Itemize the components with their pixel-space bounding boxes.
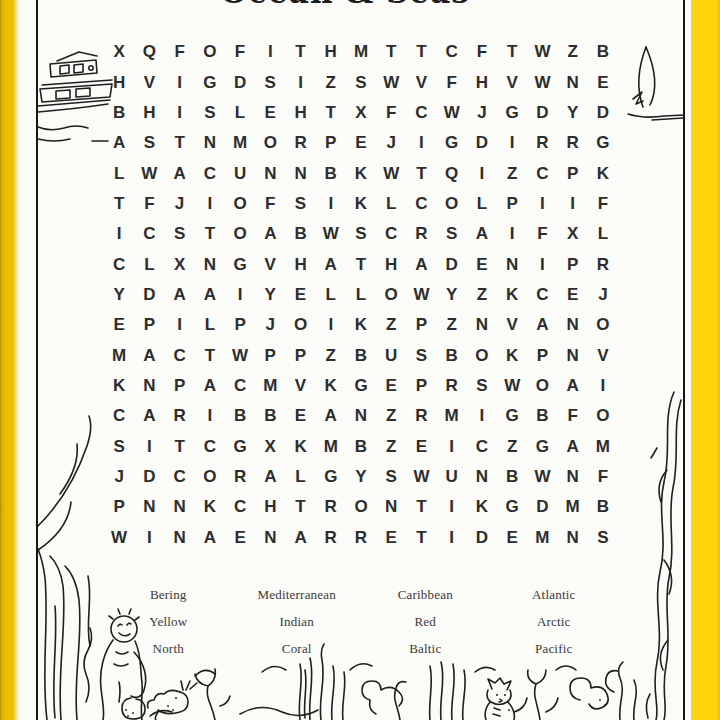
word-label: Coral (233, 635, 362, 662)
grid-cell: I (497, 219, 527, 249)
grid-cell: N (467, 462, 497, 492)
grid-cell: N (558, 310, 588, 340)
grid-cell: R (406, 219, 436, 249)
grid-cell: I (255, 37, 285, 67)
grid-cell: M (527, 523, 557, 553)
kelp-left (38, 416, 92, 720)
grid-cell: D (467, 128, 497, 158)
grid-cell: T (346, 249, 376, 279)
grid-cell: O (346, 492, 376, 522)
grid-cell: I (225, 280, 255, 310)
grid-cell: I (437, 523, 467, 553)
grid-cell: M (255, 371, 285, 401)
grid-cell: A (195, 523, 225, 553)
grid-cell: A (255, 219, 285, 249)
grid-cell: F (376, 98, 406, 128)
grid-cell: X (558, 219, 588, 249)
grid-cell: F (527, 219, 557, 249)
grid-cell: G (497, 492, 527, 522)
moose-figure (148, 681, 197, 720)
grid-cell: F (225, 37, 255, 67)
grid-cell: A (134, 341, 164, 371)
grid-cell: N (497, 249, 527, 279)
grid-cell: I (164, 310, 194, 340)
grid-cell: H (255, 492, 285, 522)
grid-cell: I (316, 189, 346, 219)
grid-cell: D (588, 98, 618, 128)
grid-cell: A (285, 523, 315, 553)
grid-cell: I (104, 219, 134, 249)
grid-cell: M (588, 432, 618, 462)
grid-cell: K (346, 158, 376, 188)
grid-cell: S (134, 128, 164, 158)
grid-cell: N (285, 158, 315, 188)
grid-cell: H (316, 37, 346, 67)
grid-cell: T (497, 37, 527, 67)
grid-cell: X (346, 98, 376, 128)
grid-cell: W (527, 462, 557, 492)
grid-cell: Z (376, 432, 406, 462)
grid-cell: S (164, 219, 194, 249)
grid-cell: A (104, 128, 134, 158)
grid-cell: G (316, 462, 346, 492)
grid-cell: F (588, 462, 618, 492)
grid-cell: J (376, 128, 406, 158)
grid-cell: Z (558, 37, 588, 67)
word-label: Mediterranean (233, 581, 362, 608)
grid-cell: A (316, 401, 346, 431)
grid-cell: V (255, 249, 285, 279)
grid-cell: T (164, 128, 194, 158)
grid-cell: O (225, 219, 255, 249)
grid-cell: J (467, 98, 497, 128)
grid-cell: O (467, 341, 497, 371)
grid-cell: R (406, 401, 436, 431)
grid-cell: O (588, 310, 618, 340)
grid-cell: C (467, 432, 497, 462)
grid-cell: G (527, 432, 557, 462)
grid-cell: L (376, 189, 406, 219)
word-label: Pacific (490, 635, 619, 662)
grid-cell: P (104, 492, 134, 522)
grid-cell: G (225, 249, 255, 279)
grid-cell: M (346, 37, 376, 67)
grid-cell: I (527, 249, 557, 279)
grid-cell: B (346, 341, 376, 371)
grid-cell: W (104, 523, 134, 553)
grid-cell: L (588, 219, 618, 249)
grid-cell: T (164, 432, 194, 462)
grid-cell: I (316, 310, 346, 340)
grid-cell: C (195, 432, 225, 462)
grid-cell: O (285, 310, 315, 340)
grid-cell: Q (437, 158, 467, 188)
grid-cell: T (376, 37, 406, 67)
grid-cell: Y (104, 280, 134, 310)
sailboat-icon (628, 47, 684, 120)
grid-cell: A (255, 462, 285, 492)
grid-cell: J (104, 462, 134, 492)
grid-cell: I (285, 67, 315, 97)
grid-cell: A (164, 158, 194, 188)
grid-cell: N (164, 492, 194, 522)
grid-cell: B (225, 401, 255, 431)
grid-cell: C (406, 98, 436, 128)
grid-cell: C (376, 219, 406, 249)
grid-cell: C (527, 280, 557, 310)
grid-cell: B (497, 462, 527, 492)
grid-cell: T (285, 492, 315, 522)
grid-cell: T (195, 341, 225, 371)
grid-cell: F (255, 189, 285, 219)
grid-cell: B (346, 432, 376, 462)
grid-cell: L (316, 280, 346, 310)
grid-cell: X (164, 249, 194, 279)
book-edge-left (0, 0, 19, 720)
grid-cell: E (104, 310, 134, 340)
cat-figure (485, 678, 527, 720)
grid-cell: K (316, 371, 346, 401)
grid-cell: Z (316, 341, 346, 371)
grid-cell: P (134, 310, 164, 340)
grid-cell: H (376, 249, 406, 279)
grid-cell: P (406, 371, 436, 401)
word-label: Caribbean (361, 581, 490, 608)
grid-cell: C (527, 158, 557, 188)
grid-cell: P (255, 341, 285, 371)
grid-cell: R (437, 371, 467, 401)
grid-cell: H (285, 249, 315, 279)
grid-cell: U (437, 462, 467, 492)
grid-cell: S (346, 219, 376, 249)
word-search-grid: XQFOFITHMTTCFTWZBHVIGDSIZSWVFHVWNEBHISLE… (104, 37, 618, 553)
grid-cell: P (164, 371, 194, 401)
word-label: Atlantic (490, 581, 619, 608)
grid-cell: W (497, 371, 527, 401)
grid-cell: Y (437, 280, 467, 310)
grid-cell: Z (497, 158, 527, 188)
grid-cell: V (134, 67, 164, 97)
grid-cell: D (527, 492, 557, 522)
grid-cell: V (497, 67, 527, 97)
grid-cell: P (316, 128, 346, 158)
grid-cell: N (134, 492, 164, 522)
grid-cell: T (406, 37, 436, 67)
grid-cell: D (225, 67, 255, 97)
grid-cell: E (346, 128, 376, 158)
grid-cell: O (437, 189, 467, 219)
grid-cell: F (558, 401, 588, 431)
grid-cell: H (134, 98, 164, 128)
grid-cell: G (497, 98, 527, 128)
grid-cell: V (497, 310, 527, 340)
grid-cell: W (134, 158, 164, 188)
grid-cell: Q (134, 37, 164, 67)
grid-cell: W (406, 462, 436, 492)
grid-cell: C (225, 492, 255, 522)
grid-cell: A (164, 280, 194, 310)
grid-cell: W (406, 280, 436, 310)
grid-cell: C (406, 189, 436, 219)
grid-cell: D (437, 249, 467, 279)
grid-cell: L (134, 249, 164, 279)
grid-cell: N (255, 523, 285, 553)
grid-cell: M (104, 341, 134, 371)
grid-cell: R (285, 128, 315, 158)
grid-cell: A (406, 249, 436, 279)
grid-cell: Z (376, 401, 406, 431)
grid-cell: G (225, 432, 255, 462)
grid-cell: L (225, 98, 255, 128)
grid-cell: I (164, 98, 194, 128)
grid-cell: U (376, 341, 406, 371)
grid-cell: K (588, 158, 618, 188)
grid-cell: O (527, 371, 557, 401)
grid-cell: W (376, 67, 406, 97)
grid-cell: N (558, 462, 588, 492)
grid-cell: G (497, 401, 527, 431)
grid-cell: K (346, 310, 376, 340)
grid-cell: C (104, 401, 134, 431)
grid-cell: I (134, 523, 164, 553)
grid-cell: G (588, 128, 618, 158)
grid-cell: N (467, 310, 497, 340)
grid-cell: R (527, 128, 557, 158)
grid-cell: J (588, 280, 618, 310)
grid-cell: Z (497, 432, 527, 462)
grid-cell: I (588, 371, 618, 401)
grid-cell: N (558, 67, 588, 97)
grid-cell: W (527, 67, 557, 97)
boat-icon (38, 52, 112, 141)
grid-cell: Z (437, 310, 467, 340)
grid-cell: E (376, 523, 406, 553)
grid-cell: F (437, 67, 467, 97)
grid-cell: E (588, 67, 618, 97)
grid-cell: R (164, 401, 194, 431)
grid-cell: N (195, 128, 225, 158)
grid-cell: J (255, 310, 285, 340)
grid-cell: S (376, 462, 406, 492)
grid-cell: P (406, 310, 436, 340)
grid-cell: K (104, 371, 134, 401)
grid-cell: V (588, 341, 618, 371)
grid-cell: S (285, 189, 315, 219)
grid-cell: Y (346, 462, 376, 492)
grid-cell: L (467, 189, 497, 219)
grid-cell: B (437, 341, 467, 371)
grid-cell: K (195, 492, 225, 522)
grid-cell: N (558, 341, 588, 371)
grid-cell: N (346, 401, 376, 431)
grid-cell: E (406, 432, 436, 462)
grid-cell: T (195, 219, 225, 249)
grid-cell: I (497, 128, 527, 158)
grid-cell: X (104, 37, 134, 67)
grid-cell: E (225, 523, 255, 553)
grid-cell: W (437, 98, 467, 128)
grid-cell: R (588, 249, 618, 279)
grid-cell: I (134, 432, 164, 462)
kelp-right (651, 392, 681, 720)
grid-cell: I (467, 158, 497, 188)
grid-cell: O (255, 128, 285, 158)
word-label: Yellow (104, 608, 233, 635)
grid-cell: S (255, 67, 285, 97)
grid-cell: X (255, 432, 285, 462)
word-list: BeringMediterraneanCaribbeanAtlanticYell… (104, 581, 618, 662)
grid-cell: W (376, 158, 406, 188)
grid-cell: D (467, 523, 497, 553)
grid-cell: T (406, 492, 436, 522)
grid-cell: I (527, 189, 557, 219)
grid-cell: B (104, 98, 134, 128)
grid-cell: S (467, 371, 497, 401)
grid-cell: O (225, 189, 255, 219)
grid-cell: R (346, 523, 376, 553)
word-label: Indian (233, 608, 362, 635)
grid-cell: A (527, 310, 557, 340)
grid-cell: S (437, 219, 467, 249)
grid-cell: M (225, 128, 255, 158)
grid-cell: I (195, 189, 225, 219)
grid-cell: K (467, 492, 497, 522)
grid-cell: T (285, 37, 315, 67)
grid-cell: B (588, 37, 618, 67)
grid-cell: P (225, 310, 255, 340)
grid-cell: S (104, 432, 134, 462)
grid-cell: K (497, 280, 527, 310)
word-label: Arctic (490, 608, 619, 635)
page-border-right (683, 0, 685, 720)
grid-cell: J (164, 189, 194, 219)
grid-cell: H (285, 98, 315, 128)
word-label: Baltic (361, 635, 490, 662)
grid-cell: M (558, 492, 588, 522)
grid-cell: S (346, 67, 376, 97)
grid-cell: I (467, 401, 497, 431)
grid-cell: T (104, 189, 134, 219)
grid-cell: N (558, 523, 588, 553)
grid-cell: L (104, 158, 134, 188)
grid-cell: I (437, 432, 467, 462)
grid-cell: E (285, 280, 315, 310)
grid-cell: C (225, 371, 255, 401)
grid-cell: V (285, 371, 315, 401)
grid-cell: E (376, 371, 406, 401)
grid-cell: V (406, 67, 436, 97)
grid-cell: B (255, 401, 285, 431)
grid-cell: M (316, 432, 346, 462)
grid-cell: L (195, 310, 225, 340)
grid-cell: G (437, 128, 467, 158)
grid-cell: E (285, 401, 315, 431)
grid-cell: P (558, 249, 588, 279)
grid-cell: C (134, 219, 164, 249)
grid-cell: E (497, 523, 527, 553)
book-edge-right (691, 0, 720, 720)
grid-cell: W (527, 37, 557, 67)
grid-cell: P (558, 158, 588, 188)
grid-cell: I (558, 189, 588, 219)
grid-cell: R (316, 492, 346, 522)
grid-cell: I (437, 492, 467, 522)
grid-cell: N (255, 158, 285, 188)
grid-cell: W (316, 219, 346, 249)
grid-cell: S (406, 341, 436, 371)
grid-cell: D (134, 280, 164, 310)
grid-cell: P (527, 341, 557, 371)
grid-cell: S (588, 523, 618, 553)
grid-cell: B (285, 219, 315, 249)
grid-cell: M (437, 401, 467, 431)
grid-cell: T (316, 98, 346, 128)
grid-cell: I (164, 67, 194, 97)
grid-cell: K (346, 189, 376, 219)
grid-cell: N (195, 249, 225, 279)
grid-cell: D (527, 98, 557, 128)
grid-cell: A (558, 371, 588, 401)
grid-cell: T (406, 158, 436, 188)
grid-cell: A (467, 219, 497, 249)
grid-cell: A (195, 280, 225, 310)
grid-cell: W (225, 341, 255, 371)
grid-cell: E (467, 249, 497, 279)
grid-cell: H (467, 67, 497, 97)
grid-cell: S (195, 98, 225, 128)
word-label: Bering (104, 581, 233, 608)
grid-cell: T (406, 523, 436, 553)
grid-cell: G (346, 371, 376, 401)
grid-cell: R (225, 462, 255, 492)
grid-cell: N (164, 523, 194, 553)
grid-cell: C (164, 462, 194, 492)
grid-cell: F (588, 189, 618, 219)
grid-cell: R (558, 128, 588, 158)
puzzle-title: Ocean & Seas (21, 0, 669, 8)
grid-cell: E (558, 280, 588, 310)
grid-cell: K (285, 432, 315, 462)
grid-cell: C (164, 341, 194, 371)
grid-cell: N (134, 371, 164, 401)
grid-cell: E (255, 98, 285, 128)
grid-cell: I (406, 128, 436, 158)
scanned-puzzle-page: Ocean & Seas XQFOFITHMTTCFTWZBHVIGDSIZSW… (0, 0, 720, 720)
grid-cell: I (195, 401, 225, 431)
word-label: Red (361, 608, 490, 635)
grid-cell: F (164, 37, 194, 67)
grid-cell: B (588, 492, 618, 522)
grid-cell: C (437, 37, 467, 67)
grid-cell: G (195, 67, 225, 97)
grid-cell: R (316, 523, 346, 553)
grid-cell: A (195, 371, 225, 401)
word-label: North (104, 635, 233, 662)
grid-cell: A (316, 249, 346, 279)
grid-cell: P (285, 341, 315, 371)
grid-cell: H (104, 67, 134, 97)
grid-cell: U (225, 158, 255, 188)
page-border-left (36, 0, 38, 720)
grid-cell: L (285, 462, 315, 492)
grid-cell: D (134, 462, 164, 492)
grid-cell: Y (255, 280, 285, 310)
grid-cell: A (558, 432, 588, 462)
grid-cell: Z (467, 280, 497, 310)
grid-cell: O (195, 462, 225, 492)
grid-cell: K (497, 341, 527, 371)
grid-cell: F (134, 189, 164, 219)
